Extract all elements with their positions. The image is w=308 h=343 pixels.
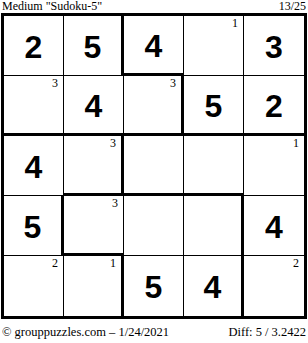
cell-r5c2[interactable]: 1 [64,256,124,316]
pencil-mark: 3 [170,77,176,90]
cell-r4c3[interactable] [124,196,184,256]
footer-difficulty: Diff: 5 / 3.2422 [228,325,306,339]
cell-value: 2 [25,31,43,63]
cell-r5c4[interactable]: 4 [184,256,244,316]
cell-r4c1[interactable]: 5 [4,196,64,256]
cell-r1c3[interactable]: 4 [124,16,184,76]
cell-value: 3 [265,31,283,63]
cell-value: 2 [265,90,283,122]
cell-r5c1[interactable]: 2 [4,256,64,316]
pencil-mark: 1 [232,17,238,30]
cell-r1c5[interactable]: 3 [244,16,304,76]
pencil-mark: 2 [52,257,58,270]
cell-r3c2[interactable]: 3 [64,136,124,196]
cell-value: 5 [145,271,163,303]
pencil-mark: 1 [293,137,299,150]
cell-r1c2[interactable]: 5 [64,16,124,76]
cell-value: 4 [85,90,103,122]
page-title: Medium "Sudoku-5" [2,0,102,12]
cell-r3c5[interactable]: 1 [244,136,304,196]
cell-r2c3[interactable]: 3 [124,76,184,136]
header: Medium "Sudoku-5" 13/25 [0,0,308,13]
cell-value: 4 [204,271,222,303]
cell-r1c4[interactable]: 1 [184,16,244,76]
cell-value: 5 [24,211,42,243]
cell-r4c5[interactable]: 4 [244,196,304,256]
cell-value: 4 [25,151,43,183]
pencil-mark: 3 [52,77,58,90]
cell-value: 4 [145,30,163,62]
cell-value: 4 [265,211,283,243]
cell-r5c3[interactable]: 5 [124,256,184,316]
footer: © grouppuzzles.com – 1/24/2021 Diff: 5 /… [2,325,306,339]
board: 254133435243153421542 [1,13,307,319]
footer-copyright: © grouppuzzles.com – 1/24/2021 [2,325,169,339]
cell-value: 5 [84,31,102,63]
puzzle-counter: 13/25 [279,0,306,12]
cell-r3c3[interactable] [124,136,184,196]
cell-r2c1[interactable]: 3 [4,76,64,136]
puzzle-page: Medium "Sudoku-5" 13/25 2541334352431534… [0,0,308,343]
cell-value: 5 [205,90,223,122]
pencil-mark: 1 [110,257,116,270]
cell-r5c5[interactable]: 2 [244,256,304,316]
cell-r1c1[interactable]: 2 [4,16,64,76]
cell-r3c4[interactable] [184,136,244,196]
pencil-mark: 2 [293,257,299,270]
cell-r2c2[interactable]: 4 [64,76,124,136]
cell-r2c5[interactable]: 2 [244,76,304,136]
cell-r2c4[interactable]: 5 [184,76,244,136]
pencil-mark: 3 [110,137,116,150]
pencil-mark: 3 [112,197,118,210]
cell-r4c2[interactable]: 3 [64,196,124,256]
cell-r4c4[interactable] [184,196,244,256]
cell-r3c1[interactable]: 4 [4,136,64,196]
